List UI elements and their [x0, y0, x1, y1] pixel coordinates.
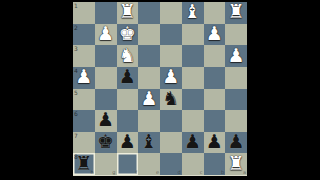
square-f1[interactable]: ♜ — [117, 2, 139, 24]
square-b3[interactable] — [204, 45, 226, 67]
square-f4[interactable]: ♟ — [117, 67, 139, 89]
square-h2[interactable]: 2 — [73, 24, 95, 46]
square-c2[interactable] — [182, 24, 204, 46]
square-g1[interactable] — [95, 2, 117, 24]
square-b1[interactable] — [204, 2, 226, 24]
square-h6[interactable]: 6 — [73, 110, 95, 132]
file-label-f: f — [135, 169, 137, 175]
square-d3[interactable] — [160, 45, 182, 67]
white-knight-f3[interactable]: ♞ — [119, 46, 136, 65]
screenshot-background: 1♜♝♜2♟♚♟3♞♟4♟♟♟5♟♞6♟7♚♟♝♟♟♟8h♜gfedcba♜ — [0, 0, 320, 180]
white-king-f2[interactable]: ♚ — [119, 24, 136, 43]
square-a8[interactable]: a♜ — [225, 153, 247, 175]
square-b6[interactable] — [204, 110, 226, 132]
square-g6[interactable]: ♟ — [95, 110, 117, 132]
square-d6[interactable] — [160, 110, 182, 132]
square-f8[interactable]: f — [117, 153, 139, 175]
black-king-g7[interactable]: ♚ — [97, 132, 114, 151]
white-rook-a1[interactable]: ♜ — [228, 2, 245, 21]
square-d5[interactable]: ♞ — [160, 89, 182, 111]
square-d8[interactable]: d — [160, 153, 182, 175]
square-e5[interactable]: ♟ — [138, 89, 160, 111]
square-g8[interactable]: g — [95, 153, 117, 175]
white-pawn-b2[interactable]: ♟ — [206, 24, 223, 43]
square-a5[interactable] — [225, 89, 247, 111]
square-e4[interactable] — [138, 67, 160, 89]
square-d2[interactable] — [160, 24, 182, 46]
file-label-g: g — [112, 169, 115, 175]
file-label-b: b — [221, 169, 224, 175]
black-pawn-f7[interactable]: ♟ — [119, 132, 136, 151]
square-c7[interactable]: ♟ — [182, 132, 204, 154]
square-h4[interactable]: 4♟ — [73, 67, 95, 89]
rank-label-2: 2 — [74, 24, 78, 31]
square-g2[interactable]: ♟ — [95, 24, 117, 46]
rank-label-7: 7 — [74, 132, 78, 139]
square-d4[interactable]: ♟ — [160, 67, 182, 89]
black-pawn-b7[interactable]: ♟ — [206, 132, 223, 151]
square-b5[interactable] — [204, 89, 226, 111]
square-f5[interactable] — [117, 89, 139, 111]
square-c5[interactable] — [182, 89, 204, 111]
square-h5[interactable]: 5 — [73, 89, 95, 111]
square-a2[interactable] — [225, 24, 247, 46]
white-pawn-a3[interactable]: ♟ — [228, 46, 245, 65]
file-label-c: c — [200, 169, 203, 175]
rank-label-1: 1 — [74, 2, 78, 9]
white-rook-f1[interactable]: ♜ — [119, 2, 136, 21]
file-label-d: d — [178, 169, 181, 175]
square-b8[interactable]: b — [204, 153, 226, 175]
white-rook-a8[interactable]: ♜ — [228, 154, 245, 173]
square-e1[interactable] — [138, 2, 160, 24]
square-g5[interactable] — [95, 89, 117, 111]
square-e8[interactable]: e — [138, 153, 160, 175]
square-g4[interactable] — [95, 67, 117, 89]
square-a4[interactable] — [225, 67, 247, 89]
square-b7[interactable]: ♟ — [204, 132, 226, 154]
square-f2[interactable]: ♚ — [117, 24, 139, 46]
black-knight-d5[interactable]: ♞ — [162, 89, 179, 108]
square-c1[interactable]: ♝ — [182, 2, 204, 24]
square-e3[interactable] — [138, 45, 160, 67]
square-c4[interactable] — [182, 67, 204, 89]
square-h7[interactable]: 7 — [73, 132, 95, 154]
black-rook-h8[interactable]: ♜ — [75, 154, 92, 173]
square-b4[interactable] — [204, 67, 226, 89]
square-e6[interactable] — [138, 110, 160, 132]
square-h8[interactable]: 8h♜ — [73, 153, 95, 175]
square-e7[interactable]: ♝ — [138, 132, 160, 154]
rank-label-6: 6 — [74, 110, 78, 117]
white-pawn-e5[interactable]: ♟ — [141, 89, 158, 108]
square-c6[interactable] — [182, 110, 204, 132]
square-f3[interactable]: ♞ — [117, 45, 139, 67]
square-a1[interactable]: ♜ — [225, 2, 247, 24]
square-b2[interactable]: ♟ — [204, 24, 226, 46]
square-f7[interactable]: ♟ — [117, 132, 139, 154]
square-f6[interactable] — [117, 110, 139, 132]
square-e2[interactable] — [138, 24, 160, 46]
square-g3[interactable] — [95, 45, 117, 67]
white-pawn-d4[interactable]: ♟ — [162, 67, 179, 86]
black-pawn-c7[interactable]: ♟ — [184, 132, 201, 151]
black-pawn-f4[interactable]: ♟ — [119, 67, 136, 86]
square-a6[interactable] — [225, 110, 247, 132]
white-pawn-h4[interactable]: ♟ — [75, 67, 92, 86]
square-h3[interactable]: 3 — [73, 45, 95, 67]
rank-label-3: 3 — [74, 45, 78, 52]
square-h1[interactable]: 1 — [73, 2, 95, 24]
chess-board[interactable]: 1♜♝♜2♟♚♟3♞♟4♟♟♟5♟♞6♟7♚♟♝♟♟♟8h♜gfedcba♜ — [73, 2, 247, 176]
black-bishop-e7[interactable]: ♝ — [141, 132, 158, 151]
square-g7[interactable]: ♚ — [95, 132, 117, 154]
white-pawn-g2[interactable]: ♟ — [97, 24, 114, 43]
square-a7[interactable]: ♟ — [225, 132, 247, 154]
white-bishop-c1[interactable]: ♝ — [184, 2, 201, 21]
rank-label-5: 5 — [74, 89, 78, 96]
black-pawn-a7[interactable]: ♟ — [228, 132, 245, 151]
square-d1[interactable] — [160, 2, 182, 24]
file-label-e: e — [156, 169, 159, 175]
black-pawn-g6[interactable]: ♟ — [97, 110, 114, 129]
square-d7[interactable] — [160, 132, 182, 154]
square-c3[interactable] — [182, 45, 204, 67]
square-a3[interactable]: ♟ — [225, 45, 247, 67]
square-c8[interactable]: c — [182, 153, 204, 175]
